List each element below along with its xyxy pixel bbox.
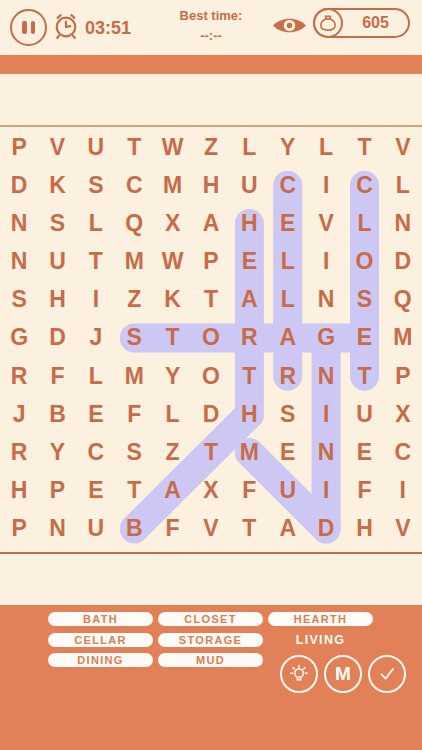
- grid-cell-r4c9[interactable]: I: [307, 243, 345, 281]
- word-bath-found: BATH: [48, 612, 153, 626]
- grid-cell-r8c10[interactable]: U: [345, 395, 383, 433]
- grid-cell-r7c5[interactable]: Y: [153, 357, 191, 395]
- grid-cell-r11c8[interactable]: A: [269, 510, 307, 548]
- grid-cell-r6c8[interactable]: A: [269, 319, 307, 357]
- grid-cell-r6c1[interactable]: G: [0, 319, 38, 357]
- grid-cell-r9c5[interactable]: Z: [153, 433, 191, 471]
- grid-cell-r11c7[interactable]: T: [230, 510, 268, 548]
- coin-balance-pill[interactable]: 605: [313, 8, 410, 38]
- word-cellar-found: CELLAR: [48, 633, 153, 647]
- grid-cell-r8c2[interactable]: B: [38, 395, 76, 433]
- grid-cell-r2c2[interactable]: K: [38, 166, 76, 204]
- grid-cell-r10c6[interactable]: X: [192, 472, 230, 510]
- app-screen: 03:51 Best time: --:-- 605 PVUTWZLYLTVDK…: [0, 0, 422, 750]
- grid-cell-r8c6[interactable]: D: [192, 395, 230, 433]
- lightbulb-icon: [288, 661, 310, 687]
- grid-cell-r8c1[interactable]: J: [0, 395, 38, 433]
- magic-m-button[interactable]: M: [324, 655, 362, 693]
- grid-cell-r1c3[interactable]: U: [77, 128, 115, 166]
- grid-cell-r9c8[interactable]: E: [269, 433, 307, 471]
- grid-cell-r5c8[interactable]: L: [269, 281, 307, 319]
- grid-cell-r5c6[interactable]: T: [192, 281, 230, 319]
- grid-cell-r1c4[interactable]: T: [115, 128, 153, 166]
- grid-cell-r8c3[interactable]: E: [77, 395, 115, 433]
- grid-cell-r7c6[interactable]: O: [192, 357, 230, 395]
- grid-cell-r2c11[interactable]: L: [384, 166, 422, 204]
- grid-cell-r10c7[interactable]: F: [230, 472, 268, 510]
- grid-cell-r9c1[interactable]: R: [0, 433, 38, 471]
- grid-cell-r1c2[interactable]: V: [38, 128, 76, 166]
- grid-cell-r1c6[interactable]: Z: [192, 128, 230, 166]
- word-mud-found: MUD: [158, 653, 263, 667]
- check-button[interactable]: [368, 655, 406, 693]
- grid-cell-r10c4[interactable]: T: [115, 472, 153, 510]
- grid-cell-r2c5[interactable]: M: [153, 166, 191, 204]
- word-storage-found: STORAGE: [158, 633, 263, 647]
- grid-cell-r3c10[interactable]: L: [345, 204, 383, 242]
- grid-cell-r6c3[interactable]: J: [77, 319, 115, 357]
- m-button-label: M: [335, 663, 351, 685]
- eye-icon[interactable]: [271, 14, 308, 37]
- grid-cell-r4c4[interactable]: M: [115, 243, 153, 281]
- grid-cell-r3c9[interactable]: V: [307, 204, 345, 242]
- grid-cell-r5c2[interactable]: H: [38, 281, 76, 319]
- grid-cell-r4c6[interactable]: P: [192, 243, 230, 281]
- grid-cell-r10c1[interactable]: H: [0, 472, 38, 510]
- grid-cell-r5c1[interactable]: S: [0, 281, 38, 319]
- money-bag-icon: [318, 12, 338, 34]
- grid-cell-r7c8[interactable]: R: [269, 357, 307, 395]
- grid-cell-r6c4[interactable]: S: [115, 319, 153, 357]
- grid-cell-r1c7[interactable]: L: [230, 128, 268, 166]
- grid-cell-r11c1[interactable]: P: [0, 510, 38, 548]
- grid-cell-r8c8[interactable]: S: [269, 395, 307, 433]
- grid-cell-r9c11[interactable]: C: [384, 433, 422, 471]
- grid-cell-r5c7[interactable]: A: [230, 281, 268, 319]
- grid-cell-r4c2[interactable]: U: [38, 243, 76, 281]
- grid-cell-r3c1[interactable]: N: [0, 204, 38, 242]
- grid-cell-r1c1[interactable]: P: [0, 128, 38, 166]
- grid-cell-r8c7[interactable]: H: [230, 395, 268, 433]
- grid-cell-r3c6[interactable]: A: [192, 204, 230, 242]
- grid-cell-r8c5[interactable]: L: [153, 395, 191, 433]
- bottom-panel: BATHCLOSETHEARTHCELLARSTORAGELIVINGDININ…: [0, 605, 422, 750]
- grid-cell-r3c4[interactable]: Q: [115, 204, 153, 242]
- grid-cell-r6c6[interactable]: O: [192, 319, 230, 357]
- grid-cell-r3c2[interactable]: S: [38, 204, 76, 242]
- grid-cell-r2c7[interactable]: U: [230, 166, 268, 204]
- word-closet-found: CLOSET: [158, 612, 263, 626]
- grid-cell-r8c9[interactable]: I: [307, 395, 345, 433]
- grid-cell-r4c1[interactable]: N: [0, 243, 38, 281]
- grid-cell-r11c3[interactable]: U: [77, 510, 115, 548]
- grid-cell-r5c5[interactable]: K: [153, 281, 191, 319]
- grid-cell-r9c7[interactable]: M: [230, 433, 268, 471]
- grid-cell-r9c2[interactable]: Y: [38, 433, 76, 471]
- grid-cell-r7c4[interactable]: M: [115, 357, 153, 395]
- grid-cell-r4c11[interactable]: D: [384, 243, 422, 281]
- grid-cell-r2c3[interactable]: S: [77, 166, 115, 204]
- hint-button[interactable]: [280, 655, 318, 693]
- grid-cell-r1c10[interactable]: T: [345, 128, 383, 166]
- grid-cell-r2c9[interactable]: I: [307, 166, 345, 204]
- grid-cell-r7c7[interactable]: T: [230, 357, 268, 395]
- grid-cell-r2c10[interactable]: C: [345, 166, 383, 204]
- grid-cell-r2c8[interactable]: C: [269, 166, 307, 204]
- word-living-unfound: LIVING: [268, 633, 373, 647]
- grid-cell-r5c3[interactable]: I: [77, 281, 115, 319]
- grid-cell-r11c2[interactable]: N: [38, 510, 76, 548]
- grid-cell-r6c11[interactable]: M: [384, 319, 422, 357]
- action-buttons: M: [280, 655, 406, 693]
- grid-cell-r11c9[interactable]: D: [307, 510, 345, 548]
- grid-cell-r4c10[interactable]: O: [345, 243, 383, 281]
- grid-cell-r4c5[interactable]: W: [153, 243, 191, 281]
- grid-cell-r6c2[interactable]: D: [38, 319, 76, 357]
- grid-top-divider: [0, 125, 422, 127]
- top-bar: 03:51 Best time: --:-- 605: [0, 0, 422, 55]
- grid-cell-r11c4[interactable]: B: [115, 510, 153, 548]
- grid-cell-r4c8[interactable]: L: [269, 243, 307, 281]
- grid-cell-r9c9[interactable]: N: [307, 433, 345, 471]
- grid-cell-r10c9[interactable]: I: [307, 472, 345, 510]
- grid-cell-r9c6[interactable]: T: [192, 433, 230, 471]
- grid-cell-r3c8[interactable]: E: [269, 204, 307, 242]
- grid-cell-r10c11[interactable]: I: [384, 472, 422, 510]
- grid-cell-r9c4[interactable]: S: [115, 433, 153, 471]
- grid-cell-r5c10[interactable]: S: [345, 281, 383, 319]
- grid-cell-r10c5[interactable]: A: [153, 472, 191, 510]
- grid-cell-r4c7[interactable]: E: [230, 243, 268, 281]
- grid-cell-r6c5[interactable]: T: [153, 319, 191, 357]
- grid-cell-r11c6[interactable]: V: [192, 510, 230, 548]
- grid-cell-r5c9[interactable]: N: [307, 281, 345, 319]
- grid-cell-r8c4[interactable]: F: [115, 395, 153, 433]
- word-hearth-found: HEARTH: [268, 612, 373, 626]
- grid-cell-r7c9[interactable]: N: [307, 357, 345, 395]
- word-dining-found: DINING: [48, 653, 153, 667]
- grid-cell-r10c2[interactable]: P: [38, 472, 76, 510]
- grid-cell-r10c8[interactable]: U: [269, 472, 307, 510]
- grid-cell-r7c3[interactable]: L: [77, 357, 115, 395]
- grid-cell-r9c10[interactable]: E: [345, 433, 383, 471]
- grid-cell-r5c11[interactable]: Q: [384, 281, 422, 319]
- grid-cell-r7c11[interactable]: P: [384, 357, 422, 395]
- grid-cell-r2c1[interactable]: D: [0, 166, 38, 204]
- grid-cell-r6c7[interactable]: R: [230, 319, 268, 357]
- grid-bottom-divider: [0, 552, 422, 554]
- word-search-board: PVUTWZLYLTVDKSCMHUCICLNSLQXAHEVLNNUTMWPE…: [0, 128, 422, 548]
- grid-cell-r8c11[interactable]: X: [384, 395, 422, 433]
- header-accent-strip: [0, 55, 422, 74]
- grid-cell-r4c3[interactable]: T: [77, 243, 115, 281]
- grid-cell-r7c10[interactable]: T: [345, 357, 383, 395]
- coin-amount: 605: [349, 10, 402, 36]
- grid-cell-r6c10[interactable]: E: [345, 319, 383, 357]
- grid-cell-r1c9[interactable]: L: [307, 128, 345, 166]
- grid-cell-r2c4[interactable]: C: [115, 166, 153, 204]
- grid-cell-r1c8[interactable]: Y: [269, 128, 307, 166]
- letter-grid: PVUTWZLYLTVDKSCMHUCICLNSLQXAHEVLNNUTMWPE…: [0, 128, 422, 548]
- check-icon: [376, 662, 398, 686]
- grid-cell-r3c3[interactable]: L: [77, 204, 115, 242]
- grid-cell-r5c4[interactable]: Z: [115, 281, 153, 319]
- grid-cell-r7c2[interactable]: F: [38, 357, 76, 395]
- grid-cell-r2c6[interactable]: H: [192, 166, 230, 204]
- grid-cell-r1c5[interactable]: W: [153, 128, 191, 166]
- grid-cell-r3c11[interactable]: N: [384, 204, 422, 242]
- grid-cell-r7c1[interactable]: R: [0, 357, 38, 395]
- grid-cell-r10c3[interactable]: E: [77, 472, 115, 510]
- grid-cell-r1c11[interactable]: V: [384, 128, 422, 166]
- grid-cell-r3c5[interactable]: X: [153, 204, 191, 242]
- grid-cell-r11c11[interactable]: V: [384, 510, 422, 548]
- grid-cell-r10c10[interactable]: F: [345, 472, 383, 510]
- grid-cell-r9c3[interactable]: C: [77, 433, 115, 471]
- grid-cell-r11c5[interactable]: F: [153, 510, 191, 548]
- grid-cell-r6c9[interactable]: G: [307, 319, 345, 357]
- grid-cell-r3c7[interactable]: H: [230, 204, 268, 242]
- grid-cell-r11c10[interactable]: H: [345, 510, 383, 548]
